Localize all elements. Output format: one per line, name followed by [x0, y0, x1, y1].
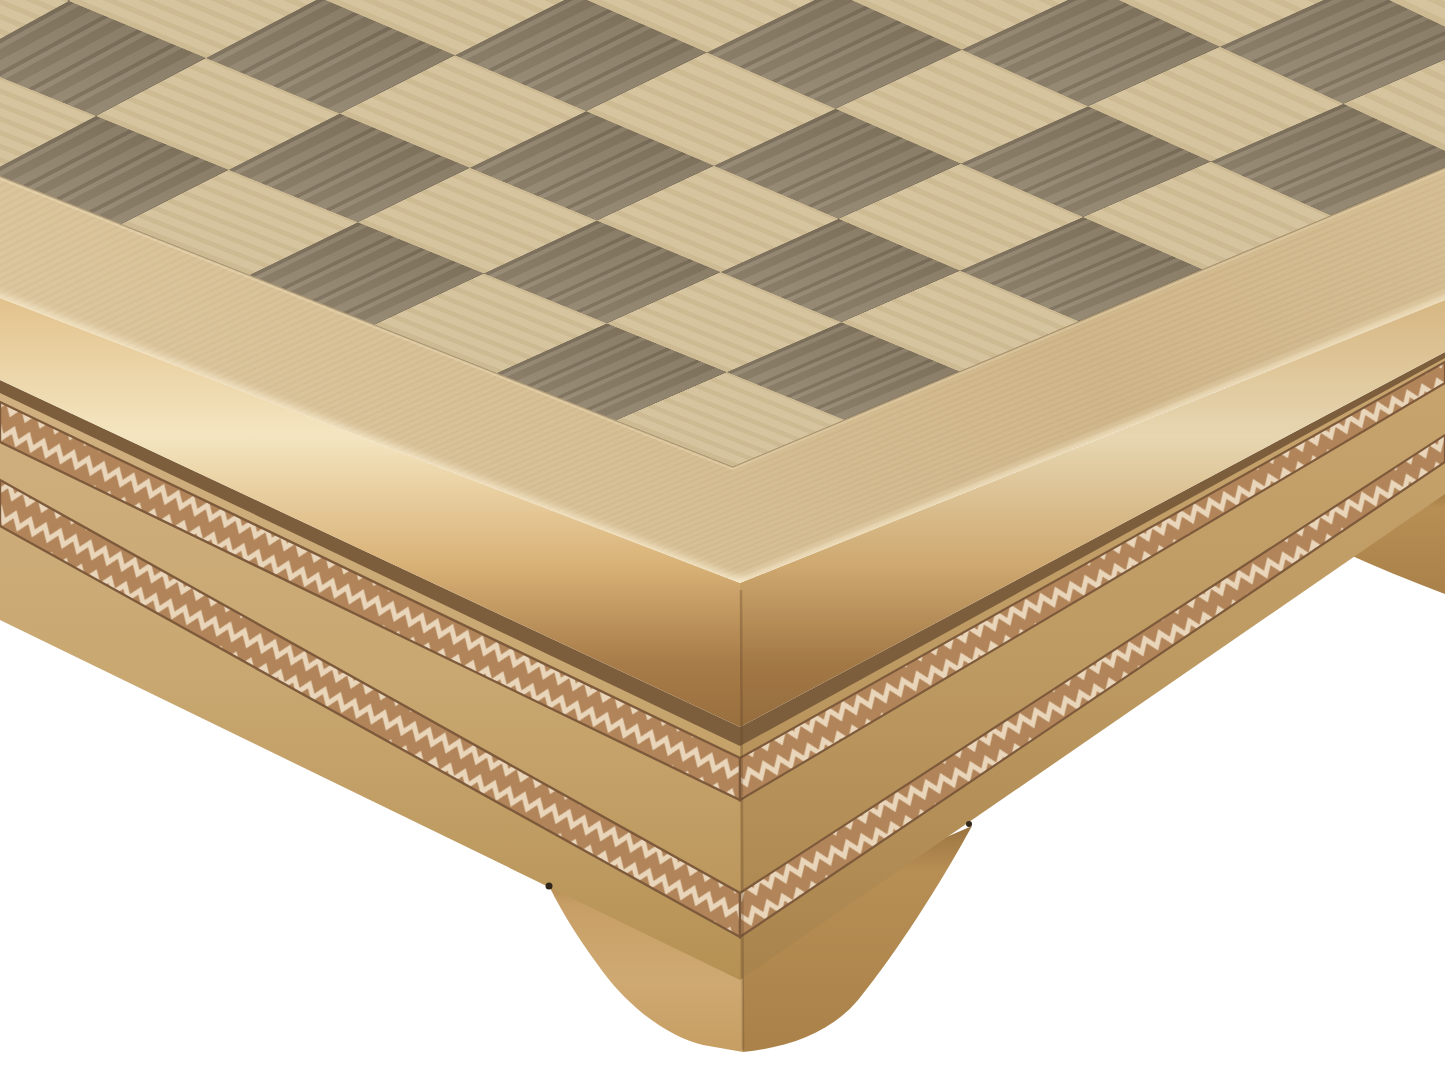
foot-shadow-speck-right	[966, 821, 972, 827]
chessboard-product-photo	[0, 0, 1445, 1084]
foot-shadow-speck-left	[546, 883, 553, 890]
